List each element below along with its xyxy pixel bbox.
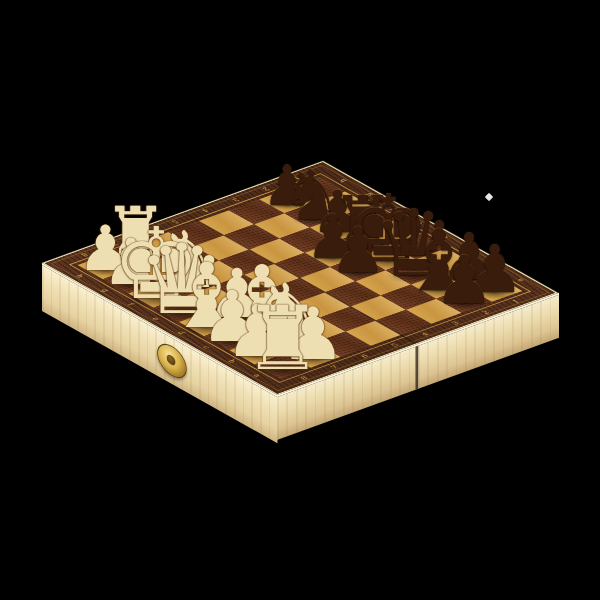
chess-set-photo: hhggffeeddccbbaa8877665544332211 ♟♞♟♜♟♜♚… [0, 0, 600, 600]
piece-white-rook: ♜ [243, 295, 322, 383]
piece-dark-pawn: ♟ [435, 248, 494, 314]
pieces-layer: ♟♞♟♜♟♜♚♟♟♛♟♟♞♝♟♚♟♛♟♝♝♟♞♟♟♜ [0, 0, 600, 600]
